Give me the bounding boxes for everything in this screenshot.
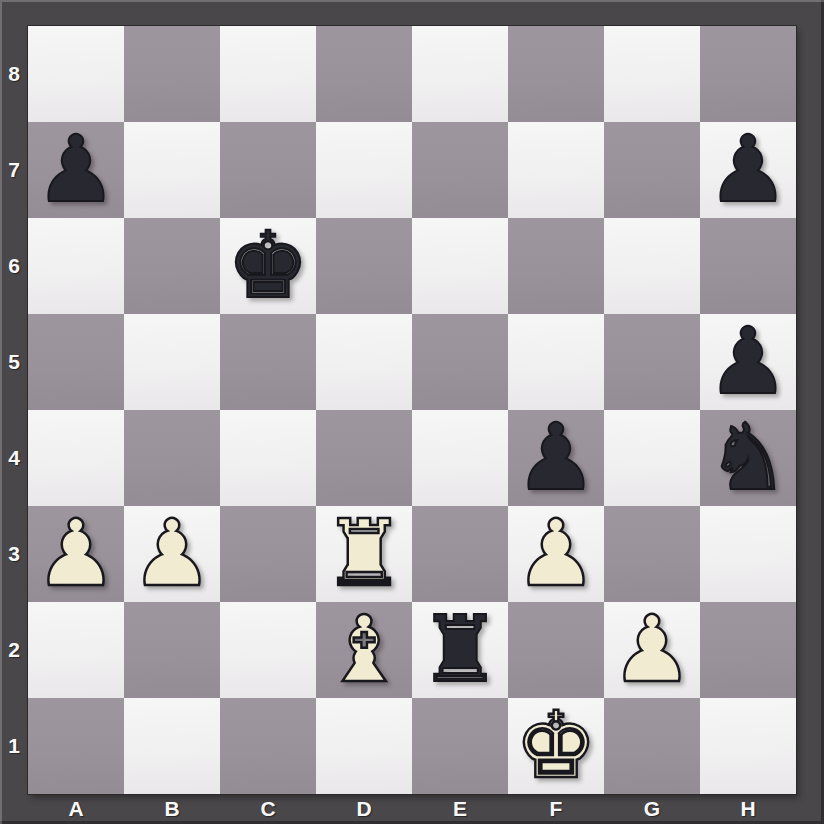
square-c4[interactable]: [220, 410, 316, 506]
square-d8[interactable]: [316, 26, 412, 122]
square-d3[interactable]: ♜: [316, 506, 412, 602]
black-rook-e2[interactable]: ♜: [419, 602, 501, 698]
square-c7[interactable]: [220, 122, 316, 218]
square-g5[interactable]: [604, 314, 700, 410]
square-e8[interactable]: [412, 26, 508, 122]
rank-label-3: 3: [0, 506, 28, 602]
square-c2[interactable]: [220, 602, 316, 698]
square-g8[interactable]: [604, 26, 700, 122]
square-c6[interactable]: ♚: [220, 218, 316, 314]
file-label-c: C: [220, 794, 316, 824]
square-h1[interactable]: [700, 698, 796, 794]
square-b3[interactable]: ♟: [124, 506, 220, 602]
square-e4[interactable]: [412, 410, 508, 506]
file-label-g: G: [604, 794, 700, 824]
square-a8[interactable]: [28, 26, 124, 122]
file-labels: ABCDEFGH: [28, 794, 796, 824]
chessboard: ♟♟♚♟♟♞♟♟♜♟♝♜♟♚: [28, 26, 796, 794]
chessboard-frame: 87654321 ♟♟♚♟♟♞♟♟♜♟♝♜♟♚ ABCDEFGH: [0, 0, 824, 824]
square-h6[interactable]: [700, 218, 796, 314]
square-c3[interactable]: [220, 506, 316, 602]
square-e5[interactable]: [412, 314, 508, 410]
square-b7[interactable]: [124, 122, 220, 218]
rank-label-4: 4: [0, 410, 28, 506]
square-g1[interactable]: [604, 698, 700, 794]
square-a5[interactable]: [28, 314, 124, 410]
rank-labels: 87654321: [0, 26, 28, 794]
square-f6[interactable]: [508, 218, 604, 314]
black-pawn-f4[interactable]: ♟: [515, 410, 597, 506]
square-g6[interactable]: [604, 218, 700, 314]
square-b2[interactable]: [124, 602, 220, 698]
square-g3[interactable]: [604, 506, 700, 602]
square-e2[interactable]: ♜: [412, 602, 508, 698]
square-c5[interactable]: [220, 314, 316, 410]
square-b5[interactable]: [124, 314, 220, 410]
square-h5[interactable]: ♟: [700, 314, 796, 410]
black-pawn-h7[interactable]: ♟: [707, 122, 789, 218]
square-e3[interactable]: [412, 506, 508, 602]
white-bishop-d2[interactable]: ♝: [323, 602, 405, 698]
square-f5[interactable]: [508, 314, 604, 410]
square-b4[interactable]: [124, 410, 220, 506]
square-f2[interactable]: [508, 602, 604, 698]
square-f1[interactable]: ♚: [508, 698, 604, 794]
square-g2[interactable]: ♟: [604, 602, 700, 698]
square-e7[interactable]: [412, 122, 508, 218]
square-g4[interactable]: [604, 410, 700, 506]
square-b6[interactable]: [124, 218, 220, 314]
square-d7[interactable]: [316, 122, 412, 218]
white-rook-d3[interactable]: ♜: [323, 506, 405, 602]
square-h7[interactable]: ♟: [700, 122, 796, 218]
square-d5[interactable]: [316, 314, 412, 410]
square-h3[interactable]: [700, 506, 796, 602]
square-b8[interactable]: [124, 26, 220, 122]
file-label-b: B: [124, 794, 220, 824]
square-h8[interactable]: [700, 26, 796, 122]
square-a2[interactable]: [28, 602, 124, 698]
black-king-c6[interactable]: ♚: [227, 218, 309, 314]
white-pawn-g2[interactable]: ♟: [611, 602, 693, 698]
square-d4[interactable]: [316, 410, 412, 506]
file-label-e: E: [412, 794, 508, 824]
square-a1[interactable]: [28, 698, 124, 794]
square-c1[interactable]: [220, 698, 316, 794]
file-label-a: A: [28, 794, 124, 824]
square-d1[interactable]: [316, 698, 412, 794]
square-a6[interactable]: [28, 218, 124, 314]
white-pawn-b3[interactable]: ♟: [131, 506, 213, 602]
rank-label-1: 1: [0, 698, 28, 794]
square-b1[interactable]: [124, 698, 220, 794]
square-c8[interactable]: [220, 26, 316, 122]
square-d6[interactable]: [316, 218, 412, 314]
square-g7[interactable]: [604, 122, 700, 218]
square-h2[interactable]: [700, 602, 796, 698]
file-label-d: D: [316, 794, 412, 824]
square-f8[interactable]: [508, 26, 604, 122]
rank-label-7: 7: [0, 122, 28, 218]
square-f3[interactable]: ♟: [508, 506, 604, 602]
white-pawn-a3[interactable]: ♟: [35, 506, 117, 602]
square-f4[interactable]: ♟: [508, 410, 604, 506]
square-a4[interactable]: [28, 410, 124, 506]
white-pawn-f3[interactable]: ♟: [515, 506, 597, 602]
square-e6[interactable]: [412, 218, 508, 314]
square-f7[interactable]: [508, 122, 604, 218]
square-a7[interactable]: ♟: [28, 122, 124, 218]
square-a3[interactable]: ♟: [28, 506, 124, 602]
black-pawn-a7[interactable]: ♟: [35, 122, 117, 218]
square-d2[interactable]: ♝: [316, 602, 412, 698]
rank-label-8: 8: [0, 26, 28, 122]
rank-label-5: 5: [0, 314, 28, 410]
square-h4[interactable]: ♞: [700, 410, 796, 506]
square-e1[interactable]: [412, 698, 508, 794]
rank-label-2: 2: [0, 602, 28, 698]
black-knight-h4[interactable]: ♞: [707, 410, 789, 506]
white-king-f1[interactable]: ♚: [515, 698, 597, 794]
file-label-f: F: [508, 794, 604, 824]
rank-label-6: 6: [0, 218, 28, 314]
file-label-h: H: [700, 794, 796, 824]
black-pawn-h5[interactable]: ♟: [707, 314, 789, 410]
